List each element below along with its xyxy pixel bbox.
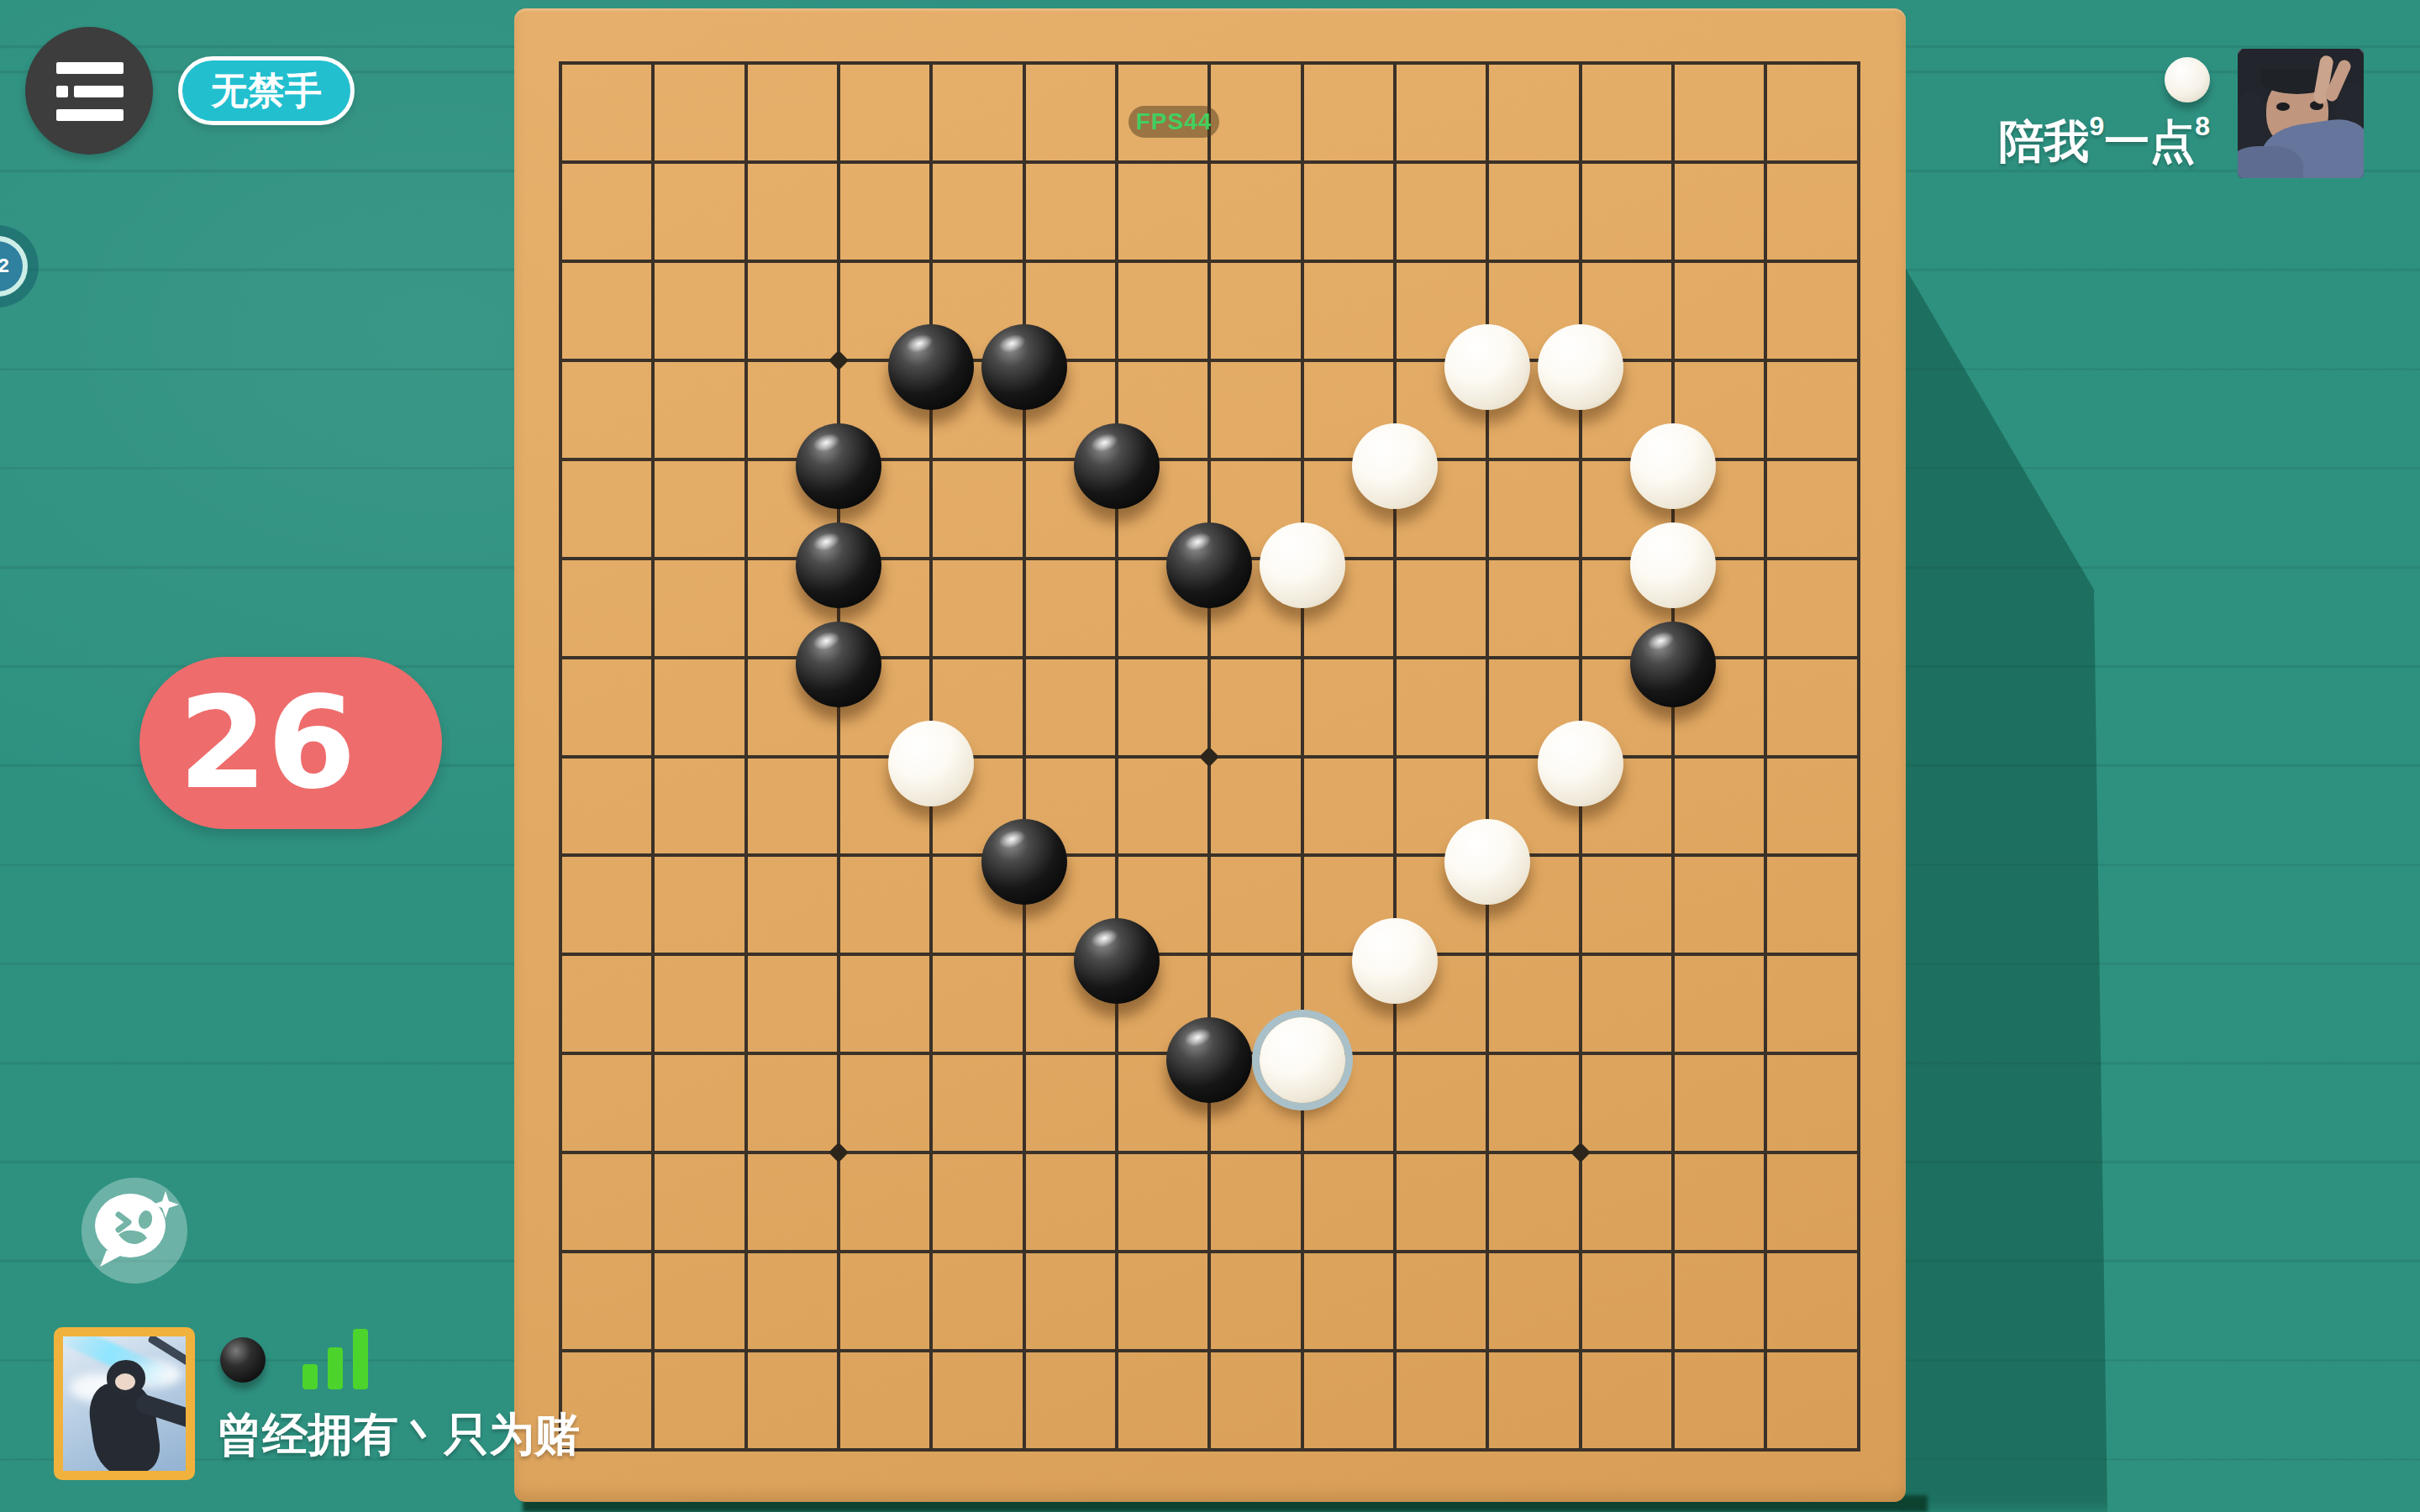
gomoku-board[interactable] <box>514 8 1906 1502</box>
side-round-badge[interactable]: 22 <box>0 225 39 307</box>
stone-black <box>1166 522 1252 608</box>
stone-white <box>1260 1017 1345 1103</box>
black-stone-indicator <box>220 1337 266 1383</box>
stone-black <box>981 819 1067 905</box>
stone-white <box>1630 423 1716 509</box>
stone-white <box>1630 522 1716 608</box>
fps-badge: FPS44 <box>1128 106 1219 138</box>
stone-black <box>1630 622 1716 707</box>
stone-white <box>1352 918 1438 1004</box>
stone-black <box>796 423 881 509</box>
chat-ghost-icon <box>82 1178 187 1284</box>
stone-black <box>1074 918 1160 1004</box>
stone-white <box>1260 522 1345 608</box>
white-player-avatar[interactable] <box>2238 49 2364 178</box>
game-screen: FPS44 无禁手 22 26 <box>0 0 2420 1512</box>
stone-black <box>796 522 881 608</box>
black-player-avatar[interactable] <box>54 1327 195 1480</box>
rule-badge-label: 无禁手 <box>211 66 322 116</box>
rule-badge: 无禁手 <box>178 56 355 125</box>
signal-bar <box>328 1347 343 1389</box>
white-name-part1: 陪我 <box>1998 116 2089 166</box>
side-badge-value: 22 <box>0 255 9 278</box>
white-name-part2: 一点 <box>2104 116 2195 166</box>
stone-white <box>1538 721 1623 806</box>
stone-black <box>888 324 974 410</box>
hamburger-menu-icon <box>56 62 124 121</box>
white-player-name: 陪我9一点8 <box>1998 111 2210 173</box>
signal-bar <box>353 1329 368 1389</box>
white-name-sup1: 9 <box>2089 111 2104 141</box>
stone-black <box>981 324 1067 410</box>
stone-white <box>1352 423 1438 509</box>
stone-black <box>1074 423 1160 509</box>
stone-black <box>1166 1017 1252 1103</box>
signal-bar <box>302 1364 318 1389</box>
move-timer-value: 26 <box>178 669 356 817</box>
signal-strength-icon <box>302 1329 371 1389</box>
stone-white <box>888 721 974 806</box>
white-stone-indicator <box>2165 57 2210 102</box>
stone-black <box>796 622 881 707</box>
black-player-name: 曾经拥有丶只为赌 <box>217 1404 580 1466</box>
menu-button[interactable] <box>25 27 153 155</box>
white-name-sup2: 8 <box>2195 111 2210 141</box>
chat-emote-button[interactable] <box>82 1178 187 1284</box>
stone-white <box>1444 324 1530 410</box>
stone-white <box>1444 819 1530 905</box>
fps-value: FPS44 <box>1136 108 1213 135</box>
stone-white <box>1538 324 1623 410</box>
move-timer-badge: 26 <box>139 657 442 829</box>
